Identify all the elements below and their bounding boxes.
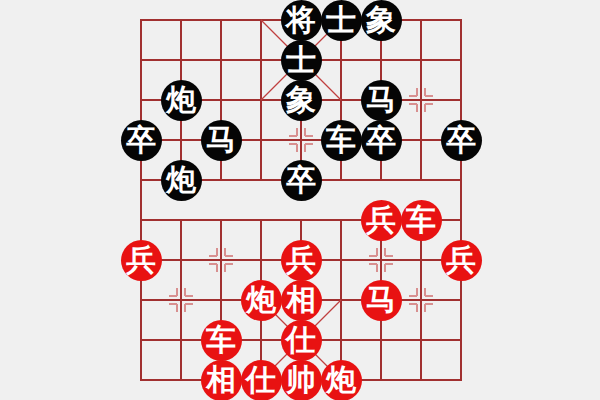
- piece-red-advisor[interactable]: 仕: [241, 360, 282, 400]
- piece-red-advisor[interactable]: 仕: [281, 320, 322, 361]
- piece-black-general[interactable]: 将: [281, 0, 322, 41]
- xiangqi-board[interactable]: 将士象士炮象马卒马车卒卒炮卒兵车兵兵兵炮相马车仕相仕帅炮: [0, 0, 600, 400]
- piece-red-cannon[interactable]: 炮: [321, 360, 362, 400]
- piece-black-elephant[interactable]: 象: [281, 80, 322, 121]
- piece-red-elephant[interactable]: 相: [281, 280, 322, 321]
- piece-red-cannon[interactable]: 炮: [241, 280, 282, 321]
- screenshot-root: 将士象士炮象马卒马车卒卒炮卒兵车兵兵兵炮相马车仕相仕帅炮: [0, 0, 600, 400]
- piece-red-soldier[interactable]: 兵: [121, 240, 162, 281]
- piece-red-chariot[interactable]: 车: [401, 200, 442, 241]
- piece-black-soldier[interactable]: 卒: [121, 120, 162, 161]
- piece-black-soldier[interactable]: 卒: [361, 120, 402, 161]
- piece-black-cannon[interactable]: 炮: [161, 80, 202, 121]
- piece-red-general[interactable]: 帅: [281, 360, 322, 400]
- piece-black-soldier[interactable]: 卒: [281, 160, 322, 201]
- piece-black-chariot[interactable]: 车: [321, 120, 362, 161]
- pieces-layer: 将士象士炮象马卒马车卒卒炮卒兵车兵兵兵炮相马车仕相仕帅炮: [121, 0, 481, 400]
- piece-black-soldier[interactable]: 卒: [441, 120, 482, 161]
- piece-black-horse[interactable]: 马: [361, 80, 402, 121]
- piece-red-elephant[interactable]: 相: [201, 360, 242, 400]
- piece-black-advisor[interactable]: 士: [281, 40, 322, 81]
- piece-red-soldier[interactable]: 兵: [441, 240, 482, 281]
- piece-black-cannon[interactable]: 炮: [161, 160, 202, 201]
- piece-red-soldier[interactable]: 兵: [361, 200, 402, 241]
- piece-black-horse[interactable]: 马: [201, 120, 242, 161]
- piece-red-soldier[interactable]: 兵: [281, 240, 322, 281]
- piece-red-horse[interactable]: 马: [361, 280, 402, 321]
- piece-black-advisor[interactable]: 士: [321, 0, 362, 41]
- piece-black-elephant[interactable]: 象: [361, 0, 402, 41]
- piece-red-chariot[interactable]: 车: [201, 320, 242, 361]
